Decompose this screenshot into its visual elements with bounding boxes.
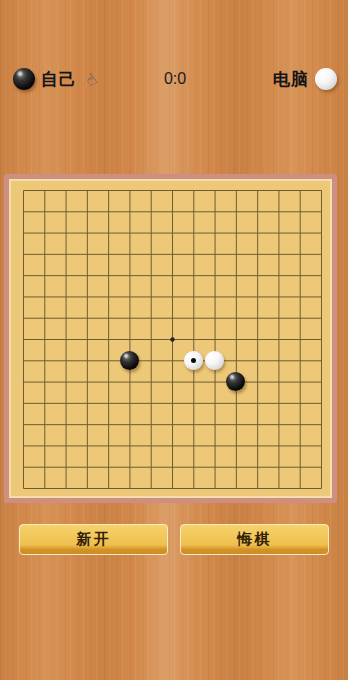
computer-info: 电脑 <box>273 68 337 91</box>
score-display: 0:0 <box>164 70 186 88</box>
black-stone-icon <box>13 68 35 90</box>
stone-black <box>226 372 245 391</box>
computer-label: 电脑 <box>273 68 309 91</box>
undo-button[interactable]: 悔棋 <box>180 524 329 555</box>
stones-grid <box>12 179 331 498</box>
player-info: 自己 ☝ <box>13 68 96 91</box>
new-game-button[interactable]: 新开 <box>19 524 168 555</box>
white-stone-icon <box>315 68 337 90</box>
last-move-marker <box>191 358 196 363</box>
stone-white <box>184 351 203 370</box>
gomoku-board[interactable] <box>4 174 337 503</box>
board-surface <box>11 181 330 496</box>
stone-black <box>120 351 139 370</box>
stone-white <box>205 351 224 370</box>
player-label: 自己 <box>41 68 77 91</box>
top-bar: 自己 ☝ 0:0 电脑 <box>13 66 337 92</box>
hand-pointer-icon: ☝ <box>82 68 100 89</box>
